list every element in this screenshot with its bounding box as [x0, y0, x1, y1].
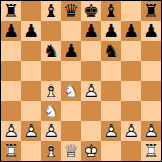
square-g2[interactable]: ♟♙	[121, 121, 141, 141]
square-d1[interactable]: ♛♕	[61, 141, 81, 161]
square-g7[interactable]: ♟	[121, 21, 141, 41]
piece-black-pawn[interactable]: ♟	[141, 21, 161, 41]
piece-outline-layer: ♙	[121, 121, 141, 141]
piece-black-bishop[interactable]: ♝	[101, 1, 121, 21]
square-c2[interactable]: ♟♙	[41, 121, 61, 141]
square-e2[interactable]	[81, 121, 101, 141]
square-g3[interactable]	[121, 101, 141, 121]
square-h2[interactable]: ♟♙	[141, 121, 161, 141]
square-a5[interactable]	[1, 61, 21, 81]
square-f3[interactable]	[101, 101, 121, 121]
square-h7[interactable]: ♟	[141, 21, 161, 41]
piece-black-knight[interactable]: ♞	[41, 41, 61, 61]
square-d5[interactable]	[61, 61, 81, 81]
piece-white-bishop[interactable]: ♝♗	[41, 81, 61, 101]
square-b5[interactable]	[21, 61, 41, 81]
square-h1[interactable]: ♜♖	[141, 141, 161, 161]
piece-white-pawn[interactable]: ♟♙	[101, 121, 121, 141]
piece-outline-layer: ♙	[101, 121, 121, 141]
square-h8[interactable]: ♜	[141, 1, 161, 21]
square-a3[interactable]	[1, 101, 21, 121]
square-c6[interactable]: ♞	[41, 41, 61, 61]
piece-white-queen[interactable]: ♛♕	[61, 141, 81, 161]
square-c7[interactable]	[41, 21, 61, 41]
piece-black-pawn[interactable]: ♟	[81, 21, 101, 41]
piece-white-rook[interactable]: ♜♖	[1, 141, 21, 161]
square-a7[interactable]: ♟	[1, 21, 21, 41]
square-h3[interactable]	[141, 101, 161, 121]
square-d6[interactable]: ♟	[61, 41, 81, 61]
piece-black-knight[interactable]: ♞	[101, 41, 121, 61]
square-g4[interactable]	[121, 81, 141, 101]
square-e5[interactable]	[81, 61, 101, 81]
square-e7[interactable]: ♟	[81, 21, 101, 41]
piece-black-pawn[interactable]: ♟	[21, 21, 41, 41]
piece-white-pawn[interactable]: ♟♙	[81, 81, 101, 101]
square-c8[interactable]: ♝	[41, 1, 61, 21]
chess-board-grid: ♜♝♛♚♝♜♟♟♟♟♟♟♞♟♞♝♗♞♘♟♙♞♘♟♙♟♙♟♙♟♙♟♙♟♙♜♖♝♗♛…	[1, 1, 161, 161]
piece-white-pawn[interactable]: ♟♙	[141, 121, 161, 141]
square-b6[interactable]	[21, 41, 41, 61]
square-e4[interactable]: ♟♙	[81, 81, 101, 101]
square-e6[interactable]	[81, 41, 101, 61]
square-f4[interactable]	[101, 81, 121, 101]
piece-outline-layer: ♙	[41, 121, 61, 141]
piece-outline-layer: ♙	[141, 121, 161, 141]
piece-outline-layer: ♗	[41, 141, 61, 161]
square-h5[interactable]	[141, 61, 161, 81]
square-d8[interactable]: ♛	[61, 1, 81, 21]
square-f6[interactable]: ♞	[101, 41, 121, 61]
piece-outline-layer: ♕	[61, 141, 81, 161]
square-f1[interactable]	[101, 141, 121, 161]
square-a2[interactable]: ♟♙	[1, 121, 21, 141]
square-f7[interactable]: ♟	[101, 21, 121, 41]
piece-outline-layer: ♖	[141, 141, 161, 161]
piece-black-rook[interactable]: ♜	[141, 1, 161, 21]
piece-black-king[interactable]: ♚	[81, 1, 101, 21]
square-b1[interactable]	[21, 141, 41, 161]
piece-black-pawn[interactable]: ♟	[101, 21, 121, 41]
square-g6[interactable]	[121, 41, 141, 61]
square-e1[interactable]: ♚♔	[81, 141, 101, 161]
square-c3[interactable]: ♞♘	[41, 101, 61, 121]
square-f5[interactable]	[101, 61, 121, 81]
square-h6[interactable]	[141, 41, 161, 61]
square-a1[interactable]: ♜♖	[1, 141, 21, 161]
square-d2[interactable]	[61, 121, 81, 141]
piece-outline-layer: ♗	[41, 81, 61, 101]
piece-black-pawn[interactable]: ♟	[61, 41, 81, 61]
square-c5[interactable]	[41, 61, 61, 81]
square-b2[interactable]: ♟♙	[21, 121, 41, 141]
piece-white-pawn[interactable]: ♟♙	[121, 121, 141, 141]
square-b7[interactable]: ♟	[21, 21, 41, 41]
piece-white-pawn[interactable]: ♟♙	[1, 121, 21, 141]
piece-white-king[interactable]: ♚♔	[81, 141, 101, 161]
piece-black-queen[interactable]: ♛	[61, 1, 81, 21]
piece-outline-layer: ♙	[1, 121, 21, 141]
square-f8[interactable]: ♝	[101, 1, 121, 21]
square-d7[interactable]	[61, 21, 81, 41]
piece-black-rook[interactable]: ♜	[1, 1, 21, 21]
piece-black-pawn[interactable]: ♟	[121, 21, 141, 41]
square-f2[interactable]: ♟♙	[101, 121, 121, 141]
square-e3[interactable]	[81, 101, 101, 121]
piece-white-bishop[interactable]: ♝♗	[41, 141, 61, 161]
piece-white-pawn[interactable]: ♟♙	[41, 121, 61, 141]
square-b3[interactable]	[21, 101, 41, 121]
piece-outline-layer: ♙	[21, 121, 41, 141]
chess-board: ♜♝♛♚♝♜♟♟♟♟♟♟♞♟♞♝♗♞♘♟♙♞♘♟♙♟♙♟♙♟♙♟♙♟♙♜♖♝♗♛…	[0, 0, 162, 162]
square-e8[interactable]: ♚	[81, 1, 101, 21]
square-d3[interactable]	[61, 101, 81, 121]
square-b8[interactable]	[21, 1, 41, 21]
piece-outline-layer: ♘	[61, 81, 81, 101]
piece-outline-layer: ♖	[1, 141, 21, 161]
piece-outline-layer: ♘	[41, 101, 61, 121]
piece-white-knight[interactable]: ♞♘	[61, 81, 81, 101]
square-c4[interactable]: ♝♗	[41, 81, 61, 101]
piece-black-pawn[interactable]: ♟	[1, 21, 21, 41]
piece-outline-layer: ♙	[81, 81, 101, 101]
piece-white-rook[interactable]: ♜♖	[141, 141, 161, 161]
piece-outline-layer: ♔	[81, 141, 101, 161]
square-c1[interactable]: ♝♗	[41, 141, 61, 161]
piece-black-bishop[interactable]: ♝	[41, 1, 61, 21]
square-g8[interactable]	[121, 1, 141, 21]
square-g1[interactable]	[121, 141, 141, 161]
square-h4[interactable]	[141, 81, 161, 101]
square-a4[interactable]	[1, 81, 21, 101]
square-a6[interactable]	[1, 41, 21, 61]
square-g5[interactable]	[121, 61, 141, 81]
piece-white-pawn[interactable]: ♟♙	[21, 121, 41, 141]
piece-white-knight[interactable]: ♞♘	[41, 101, 61, 121]
square-d4[interactable]: ♞♘	[61, 81, 81, 101]
square-b4[interactable]	[21, 81, 41, 101]
square-a8[interactable]: ♜	[1, 1, 21, 21]
